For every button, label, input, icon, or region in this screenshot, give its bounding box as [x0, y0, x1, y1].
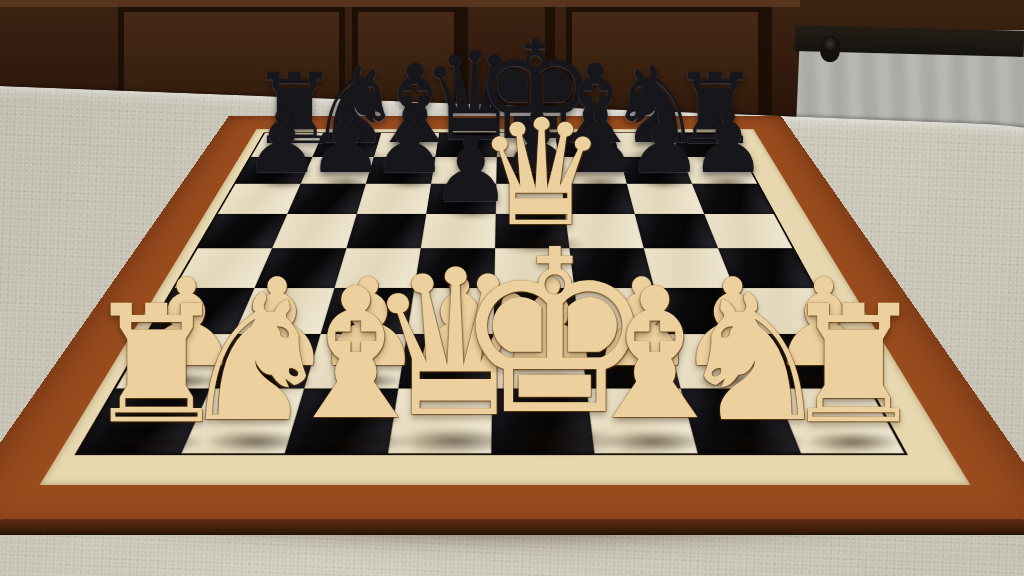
piece-black-pawn-h7[interactable]: ♟ [690, 100, 766, 185]
rook-icon: ♜ [781, 284, 926, 446]
piece-white-rook-h1[interactable]: ♜ [781, 284, 926, 446]
cabinet-top-rail [0, 0, 800, 7]
floor-object [820, 36, 840, 62]
pawn-icon: ♟ [690, 100, 766, 185]
photo-scene: ♜♞♝♛♚♝♞♜♟♟♟♟♟♟♟♟♛♟♟♟♟♟♟♟♟♜♞♝♛♚♝♞♜ [0, 0, 1024, 576]
square-b5[interactable] [272, 214, 357, 248]
square-h5[interactable] [704, 214, 792, 248]
board-front-edge [0, 519, 1024, 535]
